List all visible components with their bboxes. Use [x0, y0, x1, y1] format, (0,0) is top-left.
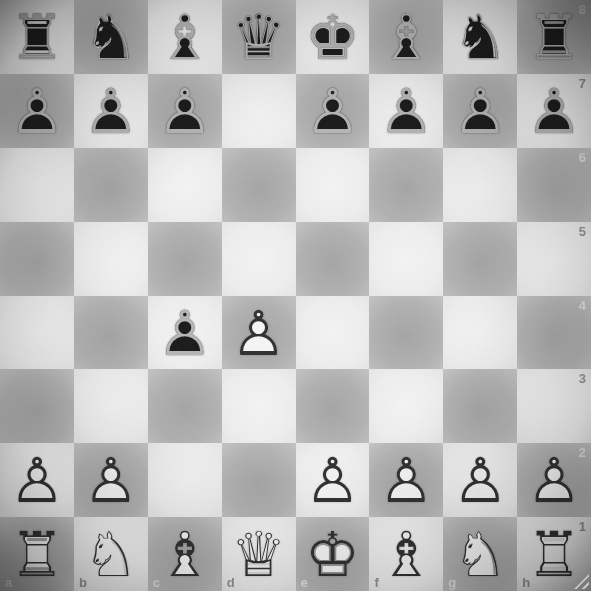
piece-black-pawn[interactable]: ♟♙	[296, 74, 370, 148]
square-e3[interactable]	[296, 369, 370, 443]
rank-label-3: 3	[579, 371, 586, 386]
white-pawn-outline-icon: ♙	[0, 443, 74, 517]
black-bishop-outline-icon: ♗	[369, 0, 443, 74]
square-f8[interactable]: ♝♗	[369, 0, 443, 74]
black-queen-outline-icon: ♕	[222, 0, 296, 74]
square-a1[interactable]: ♜♖a	[0, 517, 74, 591]
square-c6[interactable]	[148, 148, 222, 222]
piece-black-pawn[interactable]: ♟♙	[369, 74, 443, 148]
square-g2[interactable]: ♟♙	[443, 443, 517, 517]
square-g3[interactable]	[443, 369, 517, 443]
square-a3[interactable]	[0, 369, 74, 443]
black-pawn-outline-icon: ♙	[74, 74, 148, 148]
square-b7[interactable]: ♟♙	[74, 74, 148, 148]
black-pawn-outline-icon: ♙	[443, 74, 517, 148]
square-d1[interactable]: ♛♕d	[222, 517, 296, 591]
rank-label-2: 2	[579, 445, 586, 460]
piece-black-knight[interactable]: ♞♘	[443, 0, 517, 74]
square-g5[interactable]	[443, 222, 517, 296]
square-b5[interactable]	[74, 222, 148, 296]
black-king-outline-icon: ♔	[296, 0, 370, 74]
piece-black-knight[interactable]: ♞♘	[74, 0, 148, 74]
white-pawn-outline-icon: ♙	[222, 296, 296, 370]
rank-label-6: 6	[579, 150, 586, 165]
piece-white-pawn[interactable]: ♟♙	[222, 296, 296, 370]
square-d4[interactable]: ♟♙	[222, 296, 296, 370]
square-f5[interactable]	[369, 222, 443, 296]
square-d2[interactable]	[222, 443, 296, 517]
square-a6[interactable]	[0, 148, 74, 222]
piece-black-rook[interactable]: ♜♖	[0, 0, 74, 74]
square-d8[interactable]: ♛♕	[222, 0, 296, 74]
square-a8[interactable]: ♜♖	[0, 0, 74, 74]
file-label-c: c	[153, 575, 160, 590]
square-b8[interactable]: ♞♘	[74, 0, 148, 74]
white-bishop-outline-icon: ♗	[369, 517, 443, 591]
piece-white-bishop[interactable]: ♝♗	[369, 517, 443, 591]
piece-black-queen[interactable]: ♛♕	[222, 0, 296, 74]
square-g8[interactable]: ♞♘	[443, 0, 517, 74]
square-f4[interactable]	[369, 296, 443, 370]
square-b2[interactable]: ♟♙	[74, 443, 148, 517]
square-d6[interactable]	[222, 148, 296, 222]
square-b3[interactable]	[74, 369, 148, 443]
rank-label-5: 5	[579, 224, 586, 239]
square-e4[interactable]	[296, 296, 370, 370]
square-c5[interactable]	[148, 222, 222, 296]
black-pawn-outline-icon: ♙	[148, 296, 222, 370]
black-knight-outline-icon: ♘	[74, 0, 148, 74]
square-h6[interactable]: 6	[517, 148, 591, 222]
piece-white-pawn[interactable]: ♟♙	[0, 443, 74, 517]
square-h8[interactable]: ♜♖8	[517, 0, 591, 74]
piece-black-pawn[interactable]: ♟♙	[148, 74, 222, 148]
black-knight-outline-icon: ♘	[443, 0, 517, 74]
white-pawn-outline-icon: ♙	[296, 443, 370, 517]
black-pawn-outline-icon: ♙	[0, 74, 74, 148]
piece-black-king[interactable]: ♚♔	[296, 0, 370, 74]
square-c3[interactable]	[148, 369, 222, 443]
square-a4[interactable]	[0, 296, 74, 370]
square-g7[interactable]: ♟♙	[443, 74, 517, 148]
square-f2[interactable]: ♟♙	[369, 443, 443, 517]
rank-label-8: 8	[579, 2, 586, 17]
square-f6[interactable]	[369, 148, 443, 222]
chess-board: ♜♖♞♘♝♗♛♕♚♔♝♗♞♘♜♖8♟♙♟♙♟♙♟♙♟♙♟♙♟♙765♟♙♟♙43…	[0, 0, 591, 591]
square-e8[interactable]: ♚♔	[296, 0, 370, 74]
black-bishop-outline-icon: ♗	[148, 0, 222, 74]
piece-white-pawn[interactable]: ♟♙	[74, 443, 148, 517]
square-a5[interactable]	[0, 222, 74, 296]
square-g1[interactable]: ♞♘g	[443, 517, 517, 591]
file-label-e: e	[301, 575, 308, 590]
square-d7[interactable]	[222, 74, 296, 148]
white-pawn-outline-icon: ♙	[369, 443, 443, 517]
piece-black-bishop[interactable]: ♝♗	[148, 0, 222, 74]
square-g4[interactable]	[443, 296, 517, 370]
square-e1[interactable]: ♚♔e	[296, 517, 370, 591]
file-label-b: b	[79, 575, 87, 590]
white-pawn-outline-icon: ♙	[443, 443, 517, 517]
square-b4[interactable]	[74, 296, 148, 370]
square-f7[interactable]: ♟♙	[369, 74, 443, 148]
square-e6[interactable]	[296, 148, 370, 222]
file-label-f: f	[374, 575, 378, 590]
file-label-g: g	[448, 575, 456, 590]
rank-label-4: 4	[579, 298, 586, 313]
square-c8[interactable]: ♝♗	[148, 0, 222, 74]
square-h3[interactable]: 3	[517, 369, 591, 443]
piece-white-pawn[interactable]: ♟♙	[369, 443, 443, 517]
piece-white-pawn[interactable]: ♟♙	[296, 443, 370, 517]
square-e2[interactable]: ♟♙	[296, 443, 370, 517]
file-label-h: h	[522, 575, 530, 590]
square-h5[interactable]: 5	[517, 222, 591, 296]
file-label-d: d	[227, 575, 235, 590]
square-c1[interactable]: ♝♗c	[148, 517, 222, 591]
square-b6[interactable]	[74, 148, 148, 222]
piece-black-pawn[interactable]: ♟♙	[74, 74, 148, 148]
chess-board-photo: ♜♖♞♘♝♗♛♕♚♔♝♗♞♘♜♖8♟♙♟♙♟♙♟♙♟♙♟♙♟♙765♟♙♟♙43…	[0, 0, 591, 591]
square-h1[interactable]: ♜♖1h	[517, 517, 591, 591]
black-pawn-outline-icon: ♙	[369, 74, 443, 148]
piece-black-pawn[interactable]: ♟♙	[443, 74, 517, 148]
white-pawn-outline-icon: ♙	[74, 443, 148, 517]
square-f1[interactable]: ♝♗f	[369, 517, 443, 591]
square-e5[interactable]	[296, 222, 370, 296]
piece-black-bishop[interactable]: ♝♗	[369, 0, 443, 74]
square-e7[interactable]: ♟♙	[296, 74, 370, 148]
square-h2[interactable]: ♟♙2	[517, 443, 591, 517]
square-b1[interactable]: ♞♘b	[74, 517, 148, 591]
rank-label-7: 7	[579, 76, 586, 91]
black-pawn-outline-icon: ♙	[296, 74, 370, 148]
square-f3[interactable]	[369, 369, 443, 443]
square-c2[interactable]	[148, 443, 222, 517]
square-d3[interactable]	[222, 369, 296, 443]
rank-label-1: 1	[579, 519, 586, 534]
piece-white-pawn[interactable]: ♟♙	[443, 443, 517, 517]
file-label-a: a	[5, 575, 12, 590]
piece-black-pawn[interactable]: ♟♙	[0, 74, 74, 148]
square-a7[interactable]: ♟♙	[0, 74, 74, 148]
square-d5[interactable]	[222, 222, 296, 296]
square-a2[interactable]: ♟♙	[0, 443, 74, 517]
square-h7[interactable]: ♟♙7	[517, 74, 591, 148]
black-rook-outline-icon: ♖	[0, 0, 74, 74]
square-g6[interactable]	[443, 148, 517, 222]
piece-black-pawn[interactable]: ♟♙	[148, 296, 222, 370]
square-h4[interactable]: 4	[517, 296, 591, 370]
square-c4[interactable]: ♟♙	[148, 296, 222, 370]
black-pawn-outline-icon: ♙	[148, 74, 222, 148]
square-c7[interactable]: ♟♙	[148, 74, 222, 148]
